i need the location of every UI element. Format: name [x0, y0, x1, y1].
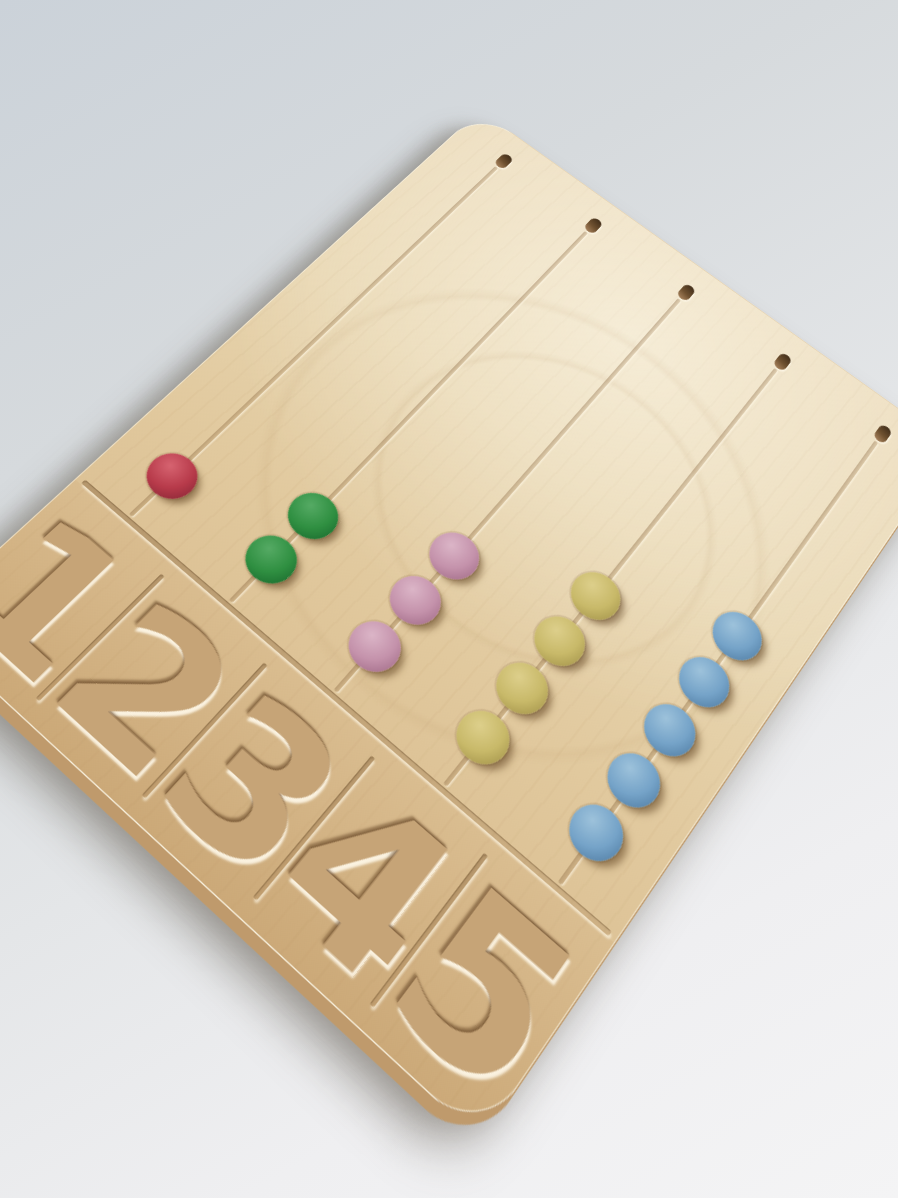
counting-board: 1 2 3 4 5: [0, 110, 898, 1141]
photo-scene: 1 2 3 4 5: [0, 0, 898, 1198]
ball-yellow-4[interactable]: [561, 563, 630, 630]
ball-yellow-3[interactable]: [524, 606, 594, 676]
ball-blue-3[interactable]: [634, 694, 705, 768]
ball-blue-2[interactable]: [597, 742, 670, 819]
ball-blue-1[interactable]: [559, 793, 634, 873]
